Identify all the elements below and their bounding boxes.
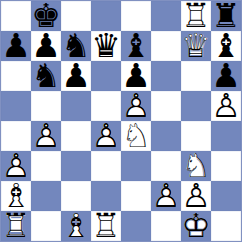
square-f6[interactable]: [151, 61, 181, 91]
white-rook-icon[interactable]: ♜♖: [91, 211, 121, 241]
square-a5[interactable]: [1, 91, 31, 121]
square-h4[interactable]: [211, 121, 241, 151]
black-queen-icon[interactable]: ♛: [91, 31, 121, 61]
square-a6[interactable]: [1, 61, 31, 91]
square-d7[interactable]: ♛: [91, 31, 121, 61]
square-c6[interactable]: ♟: [61, 61, 91, 91]
square-h3[interactable]: [211, 151, 241, 181]
square-f8[interactable]: [151, 1, 181, 31]
square-h5[interactable]: ♟♙: [211, 91, 241, 121]
square-d4[interactable]: ♟♙: [91, 121, 121, 151]
square-h2[interactable]: [211, 181, 241, 211]
square-f2[interactable]: ♟♙: [151, 181, 181, 211]
white-king-icon[interactable]: ♚♔: [181, 211, 211, 241]
square-f1[interactable]: [151, 211, 181, 241]
square-d3[interactable]: [91, 151, 121, 181]
white-pawn-icon[interactable]: ♟♙: [211, 91, 241, 121]
square-d1[interactable]: ♜♖: [91, 211, 121, 241]
black-knight-icon[interactable]: ♞: [31, 61, 61, 91]
square-a7[interactable]: ♟: [1, 31, 31, 61]
square-e2[interactable]: [121, 181, 151, 211]
square-g6[interactable]: [181, 61, 211, 91]
square-g5[interactable]: [181, 91, 211, 121]
black-pawn-icon[interactable]: ♟: [1, 31, 31, 61]
square-a1[interactable]: ♜♖: [1, 211, 31, 241]
square-c1[interactable]: ♝♗: [61, 211, 91, 241]
white-pawn-icon[interactable]: ♟♙: [91, 121, 121, 151]
square-d6[interactable]: [91, 61, 121, 91]
square-e1[interactable]: [121, 211, 151, 241]
square-e4[interactable]: ♞♘: [121, 121, 151, 151]
black-pawn-icon[interactable]: ♟: [61, 61, 91, 91]
square-h1[interactable]: [211, 211, 241, 241]
square-b2[interactable]: [31, 181, 61, 211]
square-c3[interactable]: [61, 151, 91, 181]
chess-board: ♚♜♖♜♟♟♞♛♝♛♕♝♞♟♟♟♟♙♟♙♟♙♟♙♞♘♟♙♞♘♝♗♟♙♟♙♜♖♝♗…: [0, 0, 242, 242]
square-b1[interactable]: [31, 211, 61, 241]
square-c5[interactable]: [61, 91, 91, 121]
square-b6[interactable]: ♞: [31, 61, 61, 91]
white-queen-icon[interactable]: ♛♕: [181, 31, 211, 61]
square-b4[interactable]: ♟♙: [31, 121, 61, 151]
square-b3[interactable]: [31, 151, 61, 181]
square-f4[interactable]: [151, 121, 181, 151]
white-pawn-icon[interactable]: ♟♙: [151, 181, 181, 211]
square-e3[interactable]: [121, 151, 151, 181]
white-pawn-icon[interactable]: ♟♙: [31, 121, 61, 151]
square-f5[interactable]: [151, 91, 181, 121]
square-f7[interactable]: [151, 31, 181, 61]
white-rook-icon[interactable]: ♜♖: [1, 211, 31, 241]
white-knight-icon[interactable]: ♞♘: [121, 121, 151, 151]
square-g1[interactable]: ♚♔: [181, 211, 211, 241]
white-bishop-icon[interactable]: ♝♗: [61, 211, 91, 241]
square-c4[interactable]: [61, 121, 91, 151]
square-g7[interactable]: ♛♕: [181, 31, 211, 61]
